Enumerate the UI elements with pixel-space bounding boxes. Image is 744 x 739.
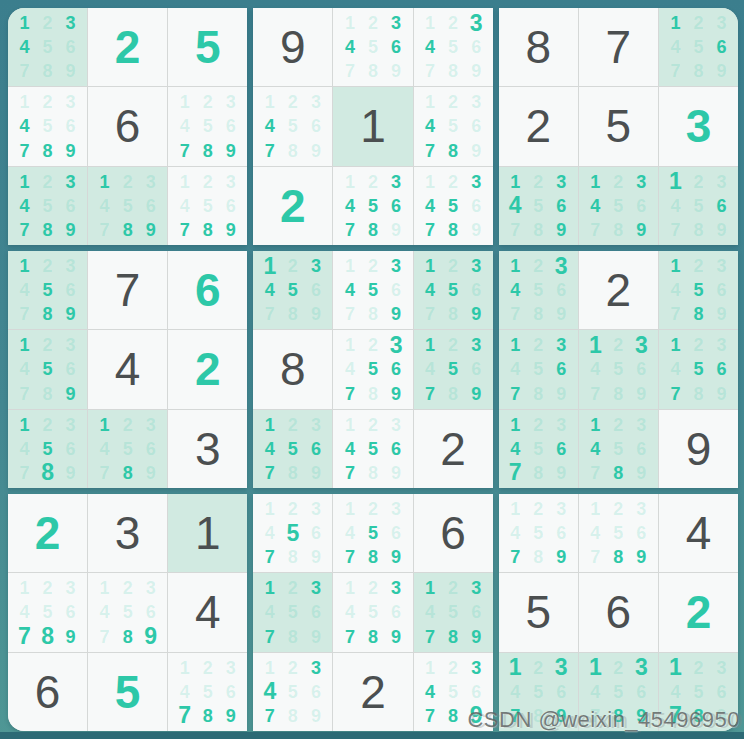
candidate-4: 4 [338, 35, 361, 59]
candidate-9: 9 [139, 461, 162, 485]
candidate-6: 6 [219, 114, 242, 138]
candidate-8: 8 [527, 545, 550, 569]
candidate-grid: 123456789 [338, 413, 407, 485]
candidate-3: 3 [630, 170, 653, 194]
cell-r7c6[interactable]: 6 [414, 494, 493, 572]
candidate-6: 6 [385, 194, 408, 218]
cell-r4c4[interactable]: 123456789 [253, 251, 332, 329]
candidate-8: 8 [687, 302, 710, 326]
candidate-3: 3 [139, 576, 162, 600]
candidate-3: 3 [550, 497, 573, 521]
candidate-4: 4 [338, 357, 361, 381]
given-digit: 4 [659, 494, 738, 572]
candidate-3: 3 [630, 333, 653, 357]
candidate-7: 7 [258, 461, 281, 485]
candidate-1: 1 [504, 170, 527, 194]
candidate-8: 8 [442, 139, 465, 163]
candidate-4: 4 [419, 114, 442, 138]
candidate-7: 7 [13, 625, 36, 649]
candidate-9: 9 [630, 461, 653, 485]
candidate-7: 7 [504, 545, 527, 569]
candidate-9: 9 [630, 382, 653, 406]
candidate-9: 9 [385, 382, 408, 406]
cell-r8c7[interactable]: 5 [499, 573, 578, 651]
cell-r5c7[interactable]: 123456789 [499, 330, 578, 408]
candidate-7: 7 [584, 461, 607, 485]
candidate-7: 7 [338, 59, 361, 83]
cell-r1c6[interactable]: 123456789 [414, 8, 493, 86]
candidate-2: 2 [36, 170, 59, 194]
cell-r3c7[interactable]: 123456789 [499, 167, 578, 245]
candidate-grid: 123456789 [93, 413, 162, 485]
candidate-3: 3 [465, 170, 488, 194]
cell-r1c9[interactable]: 123456789 [659, 8, 738, 86]
candidate-4: 4 [173, 114, 196, 138]
candidate-9: 9 [139, 625, 162, 649]
candidate-8: 8 [442, 382, 465, 406]
candidate-4: 4 [338, 600, 361, 624]
cell-r3c4[interactable]: 2 [253, 167, 332, 245]
candidate-1: 1 [504, 254, 527, 278]
candidate-9: 9 [304, 625, 327, 649]
candidate-5: 5 [36, 194, 59, 218]
candidate-6: 6 [59, 278, 82, 302]
candidate-8: 8 [442, 302, 465, 326]
cell-r4c8[interactable]: 2 [579, 251, 658, 329]
cell-r5c2[interactable]: 4 [88, 330, 167, 408]
cell-r1c7[interactable]: 8 [499, 8, 578, 86]
candidate-9: 9 [304, 704, 327, 728]
cell-r7c4[interactable]: 123456789 [253, 494, 332, 572]
cell-r7c2[interactable]: 3 [88, 494, 167, 572]
cell-r4c7[interactable]: 123456789 [499, 251, 578, 329]
cell-r1c4[interactable]: 9 [253, 8, 332, 86]
given-digit: 5 [499, 573, 578, 651]
cell-r2c4[interactable]: 123456789 [253, 87, 332, 165]
cell-r9c5[interactable]: 2 [333, 653, 412, 731]
cell-r7c8[interactable]: 123456789 [579, 494, 658, 572]
candidate-1: 1 [419, 254, 442, 278]
candidate-3: 3 [710, 333, 733, 357]
candidate-9: 9 [304, 545, 327, 569]
candidate-9: 9 [59, 461, 82, 485]
candidate-5: 5 [607, 357, 630, 381]
candidate-6: 6 [219, 194, 242, 218]
candidate-3: 3 [710, 11, 733, 35]
candidate-grid: 123456789 [93, 170, 162, 242]
candidate-9: 9 [465, 382, 488, 406]
cell-r2c6[interactable]: 123456789 [414, 87, 493, 165]
cell-r1c8[interactable]: 7 [579, 8, 658, 86]
cell-r5c9[interactable]: 123456789 [659, 330, 738, 408]
candidate-1: 1 [173, 170, 196, 194]
cell-r2c1[interactable]: 123456789 [8, 87, 87, 165]
candidate-4: 4 [584, 521, 607, 545]
cell-r7c5[interactable]: 123456789 [333, 494, 412, 572]
candidate-7: 7 [13, 218, 36, 242]
candidate-8: 8 [361, 625, 384, 649]
candidate-2: 2 [527, 254, 550, 278]
player-digit: 2 [8, 494, 87, 572]
candidate-5: 5 [527, 357, 550, 381]
candidate-9: 9 [59, 382, 82, 406]
candidate-6: 6 [385, 278, 408, 302]
candidate-1: 1 [93, 170, 116, 194]
candidate-9: 9 [550, 382, 573, 406]
cell-r4c1[interactable]: 123456789 [8, 251, 87, 329]
candidate-5: 5 [607, 437, 630, 461]
cell-r6c9[interactable]: 9 [659, 410, 738, 488]
cell-r3c8[interactable]: 123456789 [579, 167, 658, 245]
candidate-2: 2 [361, 576, 384, 600]
candidate-3: 3 [59, 90, 82, 114]
candidate-2: 2 [687, 656, 710, 680]
cell-r4c6[interactable]: 123456789 [414, 251, 493, 329]
player-digit: 5 [88, 653, 167, 731]
candidate-4: 4 [664, 357, 687, 381]
candidate-5: 5 [36, 357, 59, 381]
cell-r8c8[interactable]: 6 [579, 573, 658, 651]
cell-r9c4[interactable]: 123456789 [253, 653, 332, 731]
candidate-8: 8 [527, 461, 550, 485]
cell-r2c9[interactable]: 3 [659, 87, 738, 165]
cell-r2c2[interactable]: 6 [88, 87, 167, 165]
cell-r2c8[interactable]: 5 [579, 87, 658, 165]
candidate-grid: 123456789 [584, 170, 653, 242]
given-digit: 9 [659, 410, 738, 488]
candidate-2: 2 [36, 576, 59, 600]
candidate-5: 5 [281, 278, 304, 302]
candidate-6: 6 [550, 437, 573, 461]
box-1-1: 1234567892512345678961234567891234567891… [8, 8, 247, 245]
candidate-1: 1 [13, 11, 36, 35]
candidate-5: 5 [361, 437, 384, 461]
candidate-1: 1 [258, 413, 281, 437]
candidate-2: 2 [281, 656, 304, 680]
candidate-6: 6 [710, 194, 733, 218]
candidate-8: 8 [361, 461, 384, 485]
candidate-5: 5 [281, 680, 304, 704]
candidate-4: 4 [584, 357, 607, 381]
candidate-1: 1 [338, 413, 361, 437]
cell-r2c7[interactable]: 2 [499, 87, 578, 165]
candidate-4: 4 [173, 680, 196, 704]
candidate-3: 3 [59, 333, 82, 357]
candidate-7: 7 [504, 382, 527, 406]
candidate-5: 5 [116, 194, 139, 218]
candidate-6: 6 [59, 357, 82, 381]
cell-r2c5[interactable]: 1 [333, 87, 412, 165]
candidate-grid: 123456789 [93, 576, 162, 648]
candidate-9: 9 [465, 139, 488, 163]
cell-r6c5[interactable]: 123456789 [333, 410, 412, 488]
cell-r8c9[interactable]: 2 [659, 573, 738, 651]
cell-r5c6[interactable]: 123456789 [414, 330, 493, 408]
box-2-2: 1234567891234567891234567898123456789123… [253, 251, 492, 488]
candidate-6: 6 [304, 600, 327, 624]
candidate-2: 2 [607, 497, 630, 521]
candidate-2: 2 [361, 170, 384, 194]
cell-r7c3[interactable]: 1 [168, 494, 247, 572]
candidate-5: 5 [361, 357, 384, 381]
candidate-1: 1 [664, 333, 687, 357]
candidate-grid: 123456789 [664, 333, 733, 405]
candidate-4: 4 [13, 278, 36, 302]
candidate-1: 1 [584, 333, 607, 357]
cell-r3c9[interactable]: 123456789 [659, 167, 738, 245]
candidate-5: 5 [527, 194, 550, 218]
candidate-8: 8 [281, 461, 304, 485]
candidate-2: 2 [116, 413, 139, 437]
cell-r7c1[interactable]: 2 [8, 494, 87, 572]
candidate-7: 7 [13, 461, 36, 485]
candidate-7: 7 [338, 625, 361, 649]
candidate-9: 9 [219, 139, 242, 163]
cell-r3c5[interactable]: 123456789 [333, 167, 412, 245]
cell-r9c1[interactable]: 6 [8, 653, 87, 731]
candidate-2: 2 [442, 333, 465, 357]
candidate-8: 8 [281, 302, 304, 326]
cell-r6c8[interactable]: 123456789 [579, 410, 658, 488]
candidate-1: 1 [13, 413, 36, 437]
candidate-4: 4 [338, 194, 361, 218]
candidate-3: 3 [59, 11, 82, 35]
cell-r1c5[interactable]: 123456789 [333, 8, 412, 86]
candidate-9: 9 [385, 302, 408, 326]
candidate-6: 6 [304, 437, 327, 461]
candidate-5: 5 [442, 114, 465, 138]
candidate-9: 9 [219, 704, 242, 728]
candidate-5: 5 [36, 278, 59, 302]
candidate-3: 3 [465, 11, 488, 35]
candidate-1: 1 [419, 576, 442, 600]
candidate-9: 9 [465, 625, 488, 649]
candidate-3: 3 [550, 254, 573, 278]
candidate-grid: 123456789 [338, 170, 407, 242]
candidate-grid: 123456789 [13, 254, 82, 326]
cell-r6c1[interactable]: 123456789 [8, 410, 87, 488]
candidate-6: 6 [139, 194, 162, 218]
candidate-8: 8 [687, 218, 710, 242]
candidate-3: 3 [219, 90, 242, 114]
candidate-7: 7 [258, 302, 281, 326]
candidate-grid: 123456789 [419, 90, 488, 162]
candidate-8: 8 [116, 218, 139, 242]
candidate-6: 6 [465, 278, 488, 302]
candidate-3: 3 [304, 576, 327, 600]
candidate-9: 9 [465, 218, 488, 242]
candidate-4: 4 [258, 680, 281, 704]
candidate-2: 2 [281, 254, 304, 278]
cell-r6c7[interactable]: 123456789 [499, 410, 578, 488]
box-3-1: 231123456789123456789465123456789 [8, 494, 247, 731]
candidate-8: 8 [607, 545, 630, 569]
cell-r7c9[interactable]: 4 [659, 494, 738, 572]
cell-r5c1[interactable]: 123456789 [8, 330, 87, 408]
candidate-3: 3 [710, 656, 733, 680]
box-2-3: 1234567892123456789123456789123456789123… [499, 251, 738, 488]
candidate-1: 1 [664, 254, 687, 278]
cell-r3c2[interactable]: 123456789 [88, 167, 167, 245]
candidate-4: 4 [419, 600, 442, 624]
candidate-6: 6 [465, 600, 488, 624]
cell-r9c2[interactable]: 5 [88, 653, 167, 731]
candidate-3: 3 [59, 413, 82, 437]
given-digit: 6 [579, 573, 658, 651]
cell-r3c6[interactable]: 123456789 [414, 167, 493, 245]
cell-r4c3[interactable]: 6 [168, 251, 247, 329]
box-1-3: 8712345678925312345678912345678912345678… [499, 8, 738, 245]
cell-r8c3[interactable]: 4 [168, 573, 247, 651]
candidate-3: 3 [219, 170, 242, 194]
candidate-7: 7 [504, 461, 527, 485]
candidate-6: 6 [59, 600, 82, 624]
candidate-4: 4 [13, 357, 36, 381]
candidate-7: 7 [419, 218, 442, 242]
candidate-5: 5 [442, 600, 465, 624]
candidate-2: 2 [442, 11, 465, 35]
candidate-grid: 123456789 [13, 413, 82, 485]
cell-r2c3[interactable]: 123456789 [168, 87, 247, 165]
candidate-1: 1 [258, 254, 281, 278]
candidate-5: 5 [607, 194, 630, 218]
candidate-2: 2 [607, 413, 630, 437]
cell-r8c5[interactable]: 123456789 [333, 573, 412, 651]
candidate-3: 3 [550, 170, 573, 194]
given-digit: 1 [333, 87, 412, 165]
candidate-2: 2 [196, 170, 219, 194]
candidate-grid: 123456789 [338, 576, 407, 648]
candidate-2: 2 [527, 656, 550, 680]
candidate-5: 5 [442, 357, 465, 381]
given-digit: 8 [499, 8, 578, 86]
cell-r4c2[interactable]: 7 [88, 251, 167, 329]
cell-r4c9[interactable]: 123456789 [659, 251, 738, 329]
candidate-4: 4 [584, 437, 607, 461]
candidate-1: 1 [419, 656, 442, 680]
candidate-8: 8 [527, 218, 550, 242]
candidate-8: 8 [607, 382, 630, 406]
candidate-2: 2 [527, 413, 550, 437]
cell-r9c3[interactable]: 123456789 [168, 653, 247, 731]
cell-r6c3[interactable]: 3 [168, 410, 247, 488]
candidate-6: 6 [710, 35, 733, 59]
candidate-5: 5 [527, 521, 550, 545]
candidate-2: 2 [687, 254, 710, 278]
candidate-4: 4 [93, 600, 116, 624]
candidate-1: 1 [504, 413, 527, 437]
given-digit: 4 [88, 330, 167, 408]
candidate-7: 7 [173, 704, 196, 728]
candidate-8: 8 [687, 382, 710, 406]
candidate-3: 3 [465, 333, 488, 357]
cell-r1c1[interactable]: 123456789 [8, 8, 87, 86]
cell-r6c6[interactable]: 2 [414, 410, 493, 488]
candidate-6: 6 [465, 35, 488, 59]
cell-r5c3[interactable]: 2 [168, 330, 247, 408]
candidate-3: 3 [710, 254, 733, 278]
candidate-grid: 123456789 [338, 333, 407, 405]
candidate-3: 3 [385, 170, 408, 194]
candidate-8: 8 [281, 139, 304, 163]
candidate-2: 2 [36, 11, 59, 35]
cell-r4c5[interactable]: 123456789 [333, 251, 412, 329]
given-digit: 7 [579, 8, 658, 86]
candidate-6: 6 [550, 278, 573, 302]
candidate-grid: 123456789 [504, 170, 573, 242]
candidate-6: 6 [304, 521, 327, 545]
cell-r6c4[interactable]: 123456789 [253, 410, 332, 488]
cell-r8c6[interactable]: 123456789 [414, 573, 493, 651]
cell-r1c2[interactable]: 2 [88, 8, 167, 86]
candidate-1: 1 [419, 90, 442, 114]
candidate-2: 2 [36, 254, 59, 278]
candidate-grid: 123456789 [338, 254, 407, 326]
cell-r5c4[interactable]: 8 [253, 330, 332, 408]
candidate-4: 4 [258, 278, 281, 302]
cell-r8c1[interactable]: 123456789 [8, 573, 87, 651]
candidate-4: 4 [504, 278, 527, 302]
cell-r5c5[interactable]: 123456789 [333, 330, 412, 408]
candidate-7: 7 [419, 302, 442, 326]
candidate-2: 2 [607, 170, 630, 194]
candidate-9: 9 [59, 625, 82, 649]
cell-r8c2[interactable]: 123456789 [88, 573, 167, 651]
candidate-4: 4 [258, 114, 281, 138]
candidate-8: 8 [36, 461, 59, 485]
candidate-6: 6 [59, 114, 82, 138]
candidate-9: 9 [385, 545, 408, 569]
candidate-5: 5 [607, 521, 630, 545]
cell-r3c3[interactable]: 123456789 [168, 167, 247, 245]
watermark: CSDN @weixin_45496950 [467, 707, 740, 733]
candidate-4: 4 [504, 437, 527, 461]
candidate-8: 8 [361, 302, 384, 326]
box-3-2: 1234567891234567896123456789123456789123… [253, 494, 492, 731]
cell-r7c7[interactable]: 123456789 [499, 494, 578, 572]
candidate-7: 7 [93, 625, 116, 649]
given-digit: 5 [579, 87, 658, 165]
candidate-8: 8 [442, 218, 465, 242]
candidate-8: 8 [442, 59, 465, 83]
cell-r3c1[interactable]: 123456789 [8, 167, 87, 245]
candidate-8: 8 [116, 625, 139, 649]
candidate-grid: 123456789 [584, 497, 653, 569]
candidate-4: 4 [173, 194, 196, 218]
candidate-grid: 123456789 [338, 11, 407, 83]
cell-r6c2[interactable]: 123456789 [88, 410, 167, 488]
candidate-7: 7 [258, 625, 281, 649]
candidate-8: 8 [36, 59, 59, 83]
candidate-1: 1 [338, 254, 361, 278]
given-digit: 2 [499, 87, 578, 165]
candidate-4: 4 [664, 35, 687, 59]
candidate-grid: 123456789 [258, 254, 327, 326]
candidate-grid: 123456789 [173, 170, 242, 242]
cell-r8c4[interactable]: 123456789 [253, 573, 332, 651]
candidate-7: 7 [419, 139, 442, 163]
cell-r1c3[interactable]: 5 [168, 8, 247, 86]
candidate-grid: 123456789 [584, 333, 653, 405]
candidate-4: 4 [13, 114, 36, 138]
bottom-strip [0, 732, 744, 739]
candidate-2: 2 [527, 497, 550, 521]
given-digit: 6 [414, 494, 493, 572]
candidate-4: 4 [13, 600, 36, 624]
candidate-7: 7 [419, 59, 442, 83]
candidate-2: 2 [116, 576, 139, 600]
cell-r5c8[interactable]: 123456789 [579, 330, 658, 408]
